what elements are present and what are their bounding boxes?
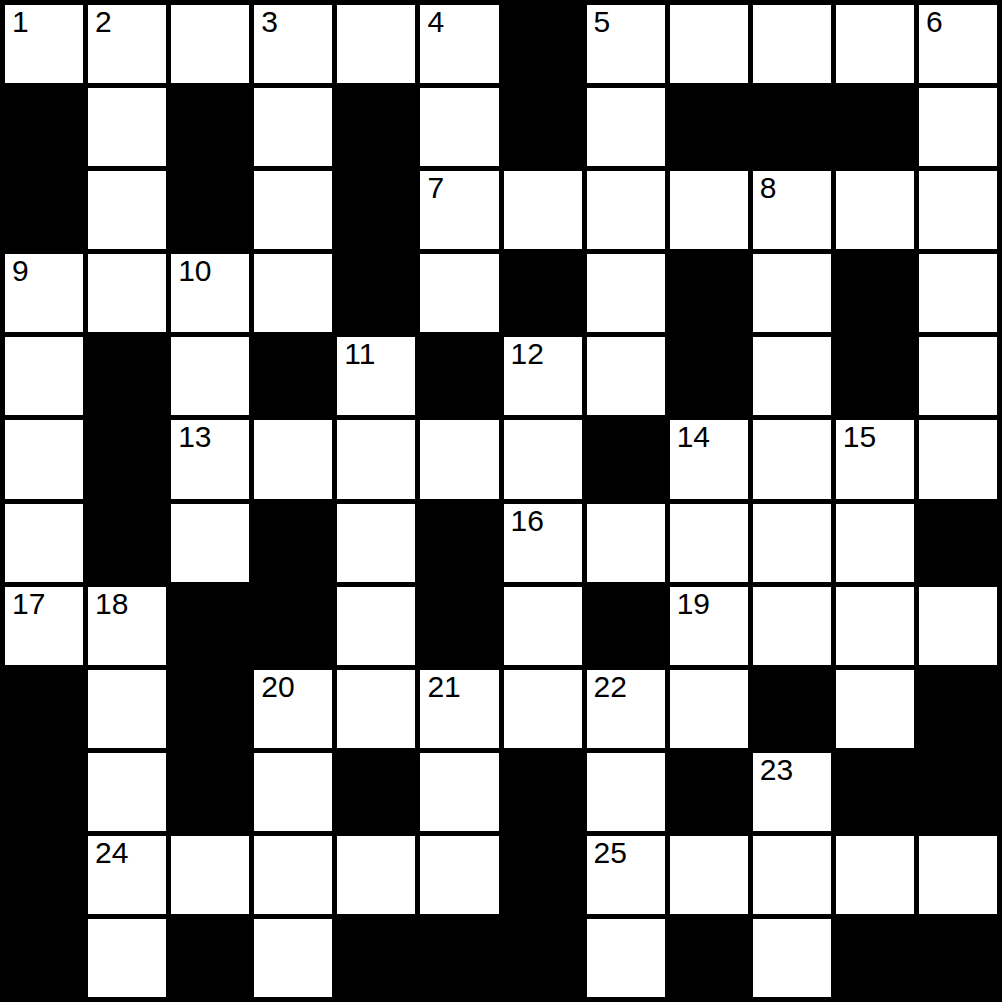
- clue-number: 16: [511, 506, 544, 536]
- grid-cell[interactable]: [919, 171, 997, 249]
- block-cell: [420, 337, 498, 415]
- block-cell: [5, 670, 83, 748]
- grid-cell[interactable]: [836, 504, 914, 582]
- block-cell: [88, 337, 166, 415]
- block-cell: [254, 504, 332, 582]
- block-cell: [504, 753, 582, 831]
- clue-number: 1: [12, 7, 29, 37]
- clue-number: 5: [594, 7, 611, 37]
- block-cell: [5, 753, 83, 831]
- block-cell: [836, 88, 914, 166]
- grid-cell[interactable]: 9: [5, 254, 83, 332]
- block-cell: [670, 753, 748, 831]
- grid-cell[interactable]: 20: [254, 670, 332, 748]
- grid-cell[interactable]: [836, 670, 914, 748]
- grid-cell[interactable]: [670, 5, 748, 83]
- grid-cell[interactable]: [919, 420, 997, 498]
- clue-number: 10: [178, 256, 211, 286]
- clue-number: 22: [594, 672, 627, 702]
- grid-cell[interactable]: [919, 337, 997, 415]
- grid-cell[interactable]: [420, 420, 498, 498]
- grid-cell[interactable]: 7: [420, 171, 498, 249]
- clue-number: 21: [427, 672, 460, 702]
- grid-cell[interactable]: [337, 836, 415, 914]
- clue-number: 19: [677, 589, 710, 619]
- grid-cell[interactable]: [504, 587, 582, 665]
- grid-cell[interactable]: [587, 254, 665, 332]
- block-cell: [504, 5, 582, 83]
- block-cell: [5, 919, 83, 997]
- grid-cell[interactable]: [670, 836, 748, 914]
- grid-cell[interactable]: 23: [753, 753, 831, 831]
- grid-cell[interactable]: [753, 254, 831, 332]
- grid-cell[interactable]: [171, 836, 249, 914]
- grid-cell[interactable]: [919, 587, 997, 665]
- grid-cell[interactable]: 14: [670, 420, 748, 498]
- grid-cell[interactable]: [254, 254, 332, 332]
- grid-cell[interactable]: [420, 88, 498, 166]
- block-cell: [919, 753, 997, 831]
- grid-cell[interactable]: [753, 5, 831, 83]
- grid-cell[interactable]: [88, 670, 166, 748]
- grid-cell[interactable]: [420, 753, 498, 831]
- grid-cell[interactable]: [587, 171, 665, 249]
- grid-cell[interactable]: [171, 337, 249, 415]
- grid-cell[interactable]: [587, 88, 665, 166]
- grid-cell[interactable]: [171, 504, 249, 582]
- clue-number: 13: [178, 422, 211, 452]
- grid-cell[interactable]: 10: [171, 254, 249, 332]
- block-cell: [587, 420, 665, 498]
- grid-cell[interactable]: 18: [88, 587, 166, 665]
- block-cell: [420, 504, 498, 582]
- block-cell: [420, 587, 498, 665]
- clue-number: 3: [261, 7, 278, 37]
- grid-cell[interactable]: [670, 504, 748, 582]
- block-cell: [337, 88, 415, 166]
- grid-cell[interactable]: [254, 171, 332, 249]
- grid-cell[interactable]: [337, 5, 415, 83]
- block-cell: [171, 670, 249, 748]
- block-cell: [88, 420, 166, 498]
- grid-cell[interactable]: [753, 420, 831, 498]
- grid-cell[interactable]: [753, 919, 831, 997]
- block-cell: [753, 88, 831, 166]
- block-cell: [5, 171, 83, 249]
- grid-cell[interactable]: 19: [670, 587, 748, 665]
- block-cell: [5, 836, 83, 914]
- block-cell: [919, 670, 997, 748]
- block-cell: [171, 919, 249, 997]
- grid-cell[interactable]: [337, 504, 415, 582]
- block-cell: [836, 337, 914, 415]
- block-cell: [670, 254, 748, 332]
- clue-number: 17: [12, 589, 45, 619]
- block-cell: [919, 504, 997, 582]
- block-cell: [587, 587, 665, 665]
- grid-cell[interactable]: [420, 836, 498, 914]
- grid-cell[interactable]: [254, 836, 332, 914]
- clue-number: 15: [843, 422, 876, 452]
- grid-cell[interactable]: [753, 836, 831, 914]
- grid-cell[interactable]: [504, 420, 582, 498]
- grid-cell[interactable]: [88, 171, 166, 249]
- clue-number: 25: [594, 838, 627, 868]
- block-cell: [836, 919, 914, 997]
- clue-number: 6: [926, 7, 943, 37]
- grid-cell[interactable]: 5: [587, 5, 665, 83]
- grid-cell[interactable]: 25: [587, 836, 665, 914]
- grid-cell[interactable]: [753, 504, 831, 582]
- clue-number: 20: [261, 672, 294, 702]
- grid-cell[interactable]: [670, 670, 748, 748]
- grid-cell[interactable]: 11: [337, 337, 415, 415]
- clue-number: 12: [511, 339, 544, 369]
- grid-cell[interactable]: 21: [420, 670, 498, 748]
- grid-cell[interactable]: [753, 337, 831, 415]
- grid-cell[interactable]: [919, 254, 997, 332]
- grid-cell[interactable]: 8: [753, 171, 831, 249]
- grid-cell[interactable]: 17: [5, 587, 83, 665]
- grid-cell[interactable]: 13: [171, 420, 249, 498]
- grid-cell[interactable]: [919, 836, 997, 914]
- grid-cell[interactable]: [88, 919, 166, 997]
- block-cell: [836, 254, 914, 332]
- clue-number: 2: [95, 7, 112, 37]
- grid-cell[interactable]: [5, 337, 83, 415]
- grid-cell[interactable]: [254, 420, 332, 498]
- grid-cell[interactable]: 12: [504, 337, 582, 415]
- grid-cell[interactable]: [587, 919, 665, 997]
- block-cell: [504, 836, 582, 914]
- grid-cell[interactable]: [420, 254, 498, 332]
- grid-cell[interactable]: [836, 5, 914, 83]
- block-cell: [753, 670, 831, 748]
- clue-number: 4: [427, 7, 444, 37]
- grid-cell[interactable]: 16: [504, 504, 582, 582]
- grid-cell[interactable]: [88, 753, 166, 831]
- block-cell: [337, 753, 415, 831]
- block-cell: [254, 587, 332, 665]
- grid-cell[interactable]: [587, 337, 665, 415]
- clue-number: 18: [95, 589, 128, 619]
- block-cell: [337, 919, 415, 997]
- clue-number: 8: [760, 173, 777, 203]
- block-cell: [171, 753, 249, 831]
- block-cell: [670, 919, 748, 997]
- grid-cell[interactable]: [670, 171, 748, 249]
- grid-cell[interactable]: [919, 88, 997, 166]
- block-cell: [337, 171, 415, 249]
- block-cell: [5, 88, 83, 166]
- block-cell: [337, 254, 415, 332]
- block-cell: [504, 919, 582, 997]
- clue-number: 24: [95, 838, 128, 868]
- grid-cell[interactable]: 6: [919, 5, 997, 83]
- grid-cell[interactable]: [5, 420, 83, 498]
- grid-cell[interactable]: [587, 504, 665, 582]
- grid-cell[interactable]: [337, 420, 415, 498]
- grid-cell[interactable]: 22: [587, 670, 665, 748]
- block-cell: [171, 88, 249, 166]
- block-cell: [919, 919, 997, 997]
- crossword-board: 1234567891011121314151617181920212223242…: [0, 0, 1002, 1002]
- clue-number: 11: [344, 339, 375, 369]
- grid-cell[interactable]: [5, 504, 83, 582]
- block-cell: [670, 88, 748, 166]
- block-cell: [420, 919, 498, 997]
- grid-cell[interactable]: [504, 171, 582, 249]
- grid-cell[interactable]: [171, 5, 249, 83]
- grid-cell[interactable]: [587, 753, 665, 831]
- block-cell: [171, 171, 249, 249]
- block-cell: [504, 88, 582, 166]
- grid-cell[interactable]: [836, 171, 914, 249]
- grid-cell[interactable]: [836, 587, 914, 665]
- block-cell: [254, 337, 332, 415]
- grid-cell[interactable]: 2: [88, 5, 166, 83]
- block-cell: [171, 587, 249, 665]
- grid-cell[interactable]: 15: [836, 420, 914, 498]
- grid-cell[interactable]: 3: [254, 5, 332, 83]
- clue-number: 23: [760, 755, 793, 785]
- block-cell: [836, 753, 914, 831]
- block-cell: [88, 504, 166, 582]
- grid-cell[interactable]: [254, 919, 332, 997]
- clue-number: 14: [677, 422, 710, 452]
- block-cell: [670, 337, 748, 415]
- clue-number: 7: [427, 173, 444, 203]
- grid-cell[interactable]: [753, 587, 831, 665]
- grid-cell[interactable]: [337, 587, 415, 665]
- grid-cell[interactable]: [88, 254, 166, 332]
- grid-cell[interactable]: [337, 670, 415, 748]
- clue-number: 9: [12, 256, 29, 286]
- grid-cell[interactable]: [836, 836, 914, 914]
- grid-cell[interactable]: [504, 670, 582, 748]
- grid-cell[interactable]: [88, 88, 166, 166]
- block-cell: [504, 254, 582, 332]
- grid-cell[interactable]: [254, 88, 332, 166]
- grid-cell[interactable]: 24: [88, 836, 166, 914]
- grid-cell[interactable]: 1: [5, 5, 83, 83]
- grid-cell[interactable]: 4: [420, 5, 498, 83]
- grid-cell[interactable]: [254, 753, 332, 831]
